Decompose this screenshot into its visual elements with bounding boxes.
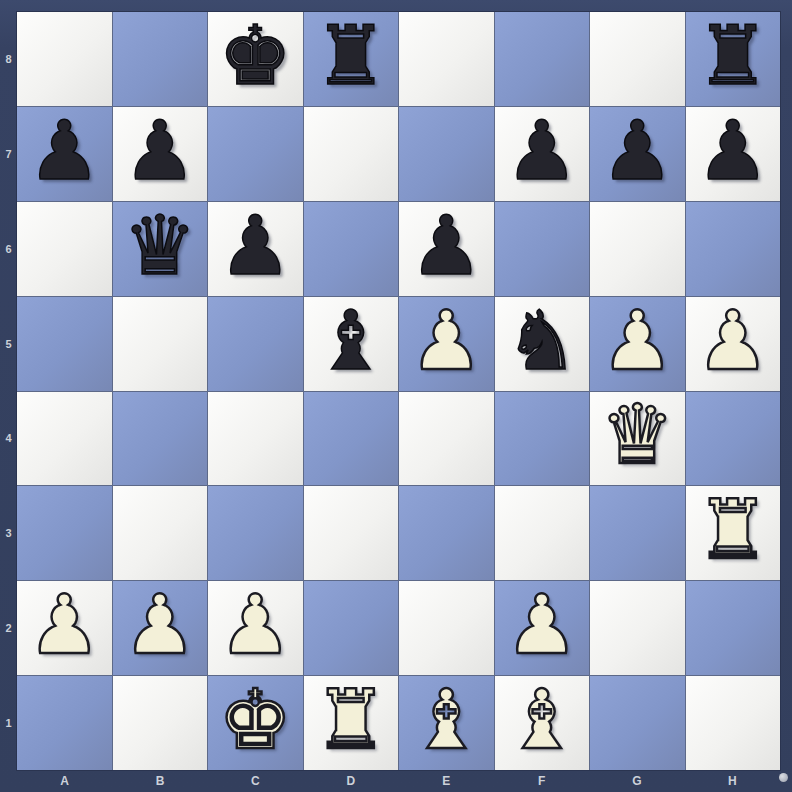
rank-label: 5: [0, 296, 17, 391]
board-square[interactable]: [17, 297, 112, 391]
board-square[interactable]: ♛: [113, 202, 208, 296]
white-pawn[interactable]: ♟: [505, 584, 579, 666]
black-pawn[interactable]: ♟: [27, 110, 101, 192]
white-rook[interactable]: ♜: [314, 679, 388, 761]
board-square[interactable]: [399, 12, 494, 106]
board-square[interactable]: ♟: [17, 581, 112, 675]
board-square[interactable]: ♟: [208, 202, 303, 296]
board-square[interactable]: [399, 581, 494, 675]
white-bishop[interactable]: ♝: [505, 679, 579, 761]
board-square[interactable]: [590, 676, 685, 770]
board-square[interactable]: [17, 12, 112, 106]
board-square[interactable]: ♟: [495, 107, 590, 201]
file-label: G: [589, 770, 684, 792]
board-square[interactable]: [113, 676, 208, 770]
rank-label: 1: [0, 675, 17, 770]
file-label: D: [303, 770, 398, 792]
rank-label: 7: [0, 107, 17, 202]
board-square[interactable]: [113, 392, 208, 486]
black-pawn[interactable]: ♟: [505, 110, 579, 192]
rank-label: 8: [0, 12, 17, 107]
file-label: H: [685, 770, 780, 792]
board-square[interactable]: [590, 12, 685, 106]
board-square[interactable]: [304, 392, 399, 486]
board-square[interactable]: [590, 581, 685, 675]
board-square[interactable]: [304, 581, 399, 675]
board-square[interactable]: [399, 392, 494, 486]
board-square[interactable]: ♝: [304, 297, 399, 391]
white-bishop[interactable]: ♝: [409, 679, 483, 761]
file-label: C: [208, 770, 303, 792]
board-square[interactable]: [495, 12, 590, 106]
board-square[interactable]: [590, 486, 685, 580]
white-king[interactable]: ♚: [218, 679, 292, 761]
black-bishop[interactable]: ♝: [314, 300, 388, 382]
board-square[interactable]: [17, 486, 112, 580]
board-square[interactable]: [495, 202, 590, 296]
board-square[interactable]: [208, 392, 303, 486]
board-square[interactable]: [399, 486, 494, 580]
corner-dot: [779, 773, 788, 782]
board-square[interactable]: ♚: [208, 12, 303, 106]
board-square[interactable]: [686, 581, 781, 675]
white-rook[interactable]: ♜: [696, 489, 770, 571]
rank-label: 2: [0, 581, 17, 676]
board-square[interactable]: ♟: [686, 297, 781, 391]
board-square[interactable]: [304, 107, 399, 201]
board-square[interactable]: ♞: [495, 297, 590, 391]
board-square[interactable]: [113, 12, 208, 106]
board-square[interactable]: [208, 486, 303, 580]
board-square[interactable]: ♟: [590, 297, 685, 391]
black-knight[interactable]: ♞: [505, 300, 579, 382]
black-pawn[interactable]: ♟: [409, 205, 483, 287]
black-pawn[interactable]: ♟: [218, 205, 292, 287]
black-pawn[interactable]: ♟: [696, 110, 770, 192]
rank-label: 3: [0, 486, 17, 581]
board-square[interactable]: [686, 202, 781, 296]
board-square[interactable]: ♟: [399, 297, 494, 391]
board-square[interactable]: [495, 486, 590, 580]
board-square[interactable]: [17, 202, 112, 296]
board-square[interactable]: ♝: [495, 676, 590, 770]
black-pawn[interactable]: ♟: [123, 110, 197, 192]
black-rook[interactable]: ♜: [314, 15, 388, 97]
rank-label: 4: [0, 391, 17, 486]
board-square[interactable]: ♜: [686, 12, 781, 106]
board-square[interactable]: ♛: [590, 392, 685, 486]
board-square[interactable]: [208, 107, 303, 201]
board-square[interactable]: [17, 676, 112, 770]
file-label: B: [112, 770, 207, 792]
board-square[interactable]: [686, 676, 781, 770]
white-pawn[interactable]: ♟: [409, 300, 483, 382]
board-square[interactable]: ♟: [686, 107, 781, 201]
board-square[interactable]: [399, 107, 494, 201]
board-square[interactable]: [495, 392, 590, 486]
white-pawn[interactable]: ♟: [123, 584, 197, 666]
board-square[interactable]: ♜: [304, 12, 399, 106]
rank-labels: 87654321: [0, 12, 17, 770]
white-queen[interactable]: ♛: [600, 394, 674, 476]
file-label: E: [399, 770, 494, 792]
file-label: A: [17, 770, 112, 792]
board-square[interactable]: ♟: [399, 202, 494, 296]
board-square[interactable]: ♟: [113, 107, 208, 201]
chess-board: ♚♜♜♟♟♟♟♟♛♟♟♝♟♞♟♟♛♜♟♟♟♟♚♜♝♝: [17, 12, 780, 770]
black-pawn[interactable]: ♟: [600, 110, 674, 192]
board-square[interactable]: ♚: [208, 676, 303, 770]
board-square[interactable]: ♟: [590, 107, 685, 201]
board-square[interactable]: [304, 486, 399, 580]
board-square[interactable]: ♜: [304, 676, 399, 770]
file-labels: ABCDEFGH: [17, 770, 780, 792]
black-rook[interactable]: ♜: [696, 15, 770, 97]
board-square[interactable]: ♟: [17, 107, 112, 201]
white-pawn[interactable]: ♟: [27, 584, 101, 666]
black-king[interactable]: ♚: [218, 15, 292, 97]
file-label: F: [494, 770, 589, 792]
board-square[interactable]: ♜: [686, 486, 781, 580]
board-square[interactable]: [113, 486, 208, 580]
white-pawn[interactable]: ♟: [218, 584, 292, 666]
board-square[interactable]: [686, 392, 781, 486]
board-square[interactable]: [590, 202, 685, 296]
board-square[interactable]: [113, 297, 208, 391]
board-square[interactable]: ♟: [113, 581, 208, 675]
white-pawn[interactable]: ♟: [600, 300, 674, 382]
board-frame: ♚♜♜♟♟♟♟♟♛♟♟♝♟♞♟♟♛♜♟♟♟♟♚♜♝♝ 87654321 ABCD…: [0, 0, 792, 792]
board-square[interactable]: ♟: [495, 581, 590, 675]
board-square[interactable]: [17, 392, 112, 486]
board-square[interactable]: [208, 297, 303, 391]
board-square[interactable]: [304, 202, 399, 296]
board-square[interactable]: ♟: [208, 581, 303, 675]
board-square[interactable]: ♝: [399, 676, 494, 770]
white-pawn[interactable]: ♟: [696, 300, 770, 382]
rank-label: 6: [0, 202, 17, 297]
black-queen[interactable]: ♛: [123, 205, 197, 287]
